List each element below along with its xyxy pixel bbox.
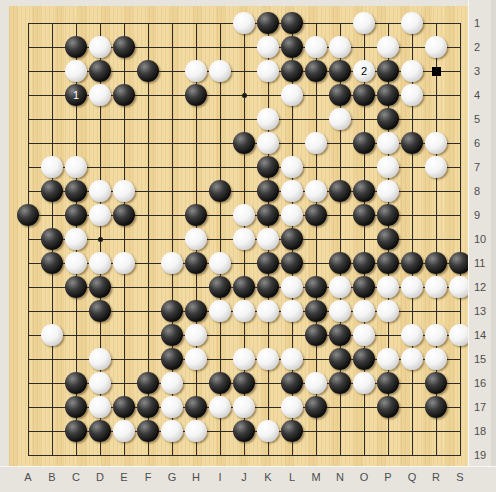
white-stone[interactable] [161,372,183,394]
black-stone[interactable] [329,372,351,394]
black-stone[interactable] [281,12,303,34]
black-stone[interactable] [185,252,207,274]
white-stone[interactable] [281,276,303,298]
column-label: O [352,471,376,483]
white-stone[interactable] [161,420,183,442]
star-point [98,237,103,242]
black-stone[interactable] [161,348,183,370]
black-stone[interactable] [233,132,255,154]
white-stone[interactable] [353,12,375,34]
black-stone[interactable] [425,396,447,418]
black-stone[interactable] [137,372,159,394]
black-stone[interactable] [113,204,135,226]
row-label: 2 [474,41,494,53]
white-stone[interactable] [233,300,255,322]
white-stone[interactable] [401,324,423,346]
black-stone[interactable] [305,300,327,322]
black-stone[interactable] [65,204,87,226]
white-stone[interactable] [425,324,447,346]
black-stone[interactable] [209,276,231,298]
white-stone[interactable] [377,276,399,298]
white-stone[interactable]: 2 [353,60,375,82]
white-stone[interactable] [89,84,111,106]
white-stone[interactable] [377,156,399,178]
star-point [242,93,247,98]
black-stone[interactable] [257,204,279,226]
white-stone[interactable] [41,324,63,346]
column-label: S [448,471,472,483]
white-stone[interactable] [41,156,63,178]
white-stone[interactable] [281,348,303,370]
black-stone[interactable] [305,396,327,418]
black-stone[interactable] [305,60,327,82]
black-stone[interactable] [257,180,279,202]
white-stone[interactable] [257,60,279,82]
white-stone[interactable] [257,132,279,154]
black-stone[interactable] [65,372,87,394]
black-stone[interactable] [89,300,111,322]
black-stone[interactable] [65,36,87,58]
column-label: P [376,471,400,483]
white-stone[interactable] [89,204,111,226]
column-label: B [40,471,64,483]
white-stone[interactable] [281,396,303,418]
black-stone[interactable] [65,276,87,298]
grid-line-horizontal [28,455,461,456]
black-stone[interactable] [353,348,375,370]
column-label: A [16,471,40,483]
column-label: F [136,471,160,483]
black-stone[interactable] [209,180,231,202]
column-label: Q [400,471,424,483]
white-stone[interactable] [281,84,303,106]
row-label: 1 [474,17,494,29]
black-stone[interactable] [113,36,135,58]
white-stone[interactable] [305,132,327,154]
black-stone[interactable] [377,228,399,250]
white-stone[interactable] [89,36,111,58]
white-stone[interactable] [185,228,207,250]
row-label: 19 [474,449,494,461]
black-stone[interactable] [137,420,159,442]
white-stone[interactable] [281,156,303,178]
white-stone[interactable] [425,156,447,178]
grid-line-vertical [460,23,461,456]
row-label: 3 [474,65,494,77]
white-stone[interactable] [353,324,375,346]
white-stone[interactable] [401,84,423,106]
row-label: 18 [474,425,494,437]
white-stone[interactable] [233,228,255,250]
black-stone[interactable] [137,396,159,418]
black-stone[interactable] [65,420,87,442]
black-stone[interactable] [281,36,303,58]
black-stone[interactable] [281,228,303,250]
row-label: 6 [474,137,494,149]
white-stone[interactable] [281,300,303,322]
black-stone[interactable] [89,276,111,298]
white-stone[interactable] [329,276,351,298]
white-stone[interactable] [209,60,231,82]
black-stone[interactable] [425,252,447,274]
white-stone[interactable] [89,252,111,274]
row-label: 5 [474,113,494,125]
white-stone[interactable] [113,252,135,274]
white-stone[interactable] [257,108,279,130]
move-number-label: 2 [361,66,367,77]
black-stone[interactable] [89,60,111,82]
black-stone[interactable] [401,132,423,154]
square-marker [432,67,441,76]
black-stone[interactable] [233,276,255,298]
grid-line-horizontal [28,335,461,336]
column-label: G [160,471,184,483]
black-stone[interactable] [305,204,327,226]
white-stone[interactable] [185,420,207,442]
white-stone[interactable] [353,300,375,322]
black-stone[interactable] [41,228,63,250]
white-stone[interactable] [425,348,447,370]
black-stone[interactable] [89,420,111,442]
white-stone[interactable] [281,204,303,226]
white-stone[interactable] [89,396,111,418]
white-stone[interactable] [425,132,447,154]
white-stone[interactable] [233,348,255,370]
column-label: L [280,471,304,483]
white-stone[interactable] [113,180,135,202]
white-stone[interactable] [377,36,399,58]
black-stone[interactable] [257,156,279,178]
black-stone[interactable] [377,108,399,130]
white-stone[interactable] [305,36,327,58]
white-stone[interactable] [89,372,111,394]
column-label: H [184,471,208,483]
move-number-label: 1 [73,90,79,101]
black-stone[interactable] [17,204,39,226]
black-stone[interactable] [353,180,375,202]
black-stone[interactable] [257,276,279,298]
black-stone[interactable] [353,276,375,298]
black-stone[interactable] [257,12,279,34]
row-label: 8 [474,185,494,197]
black-stone[interactable] [113,396,135,418]
black-stone[interactable] [233,420,255,442]
column-label: C [64,471,88,483]
black-stone[interactable] [257,252,279,274]
white-stone[interactable] [305,180,327,202]
black-stone[interactable] [281,60,303,82]
white-stone[interactable] [425,276,447,298]
row-label: 16 [474,377,494,389]
row-label: 4 [474,89,494,101]
white-stone[interactable] [209,396,231,418]
black-stone[interactable] [377,372,399,394]
black-stone[interactable] [41,252,63,274]
black-stone[interactable] [281,372,303,394]
white-stone[interactable] [89,180,111,202]
white-stone[interactable] [401,348,423,370]
black-stone[interactable] [185,204,207,226]
white-stone[interactable] [377,300,399,322]
black-stone[interactable] [113,84,135,106]
black-stone[interactable] [353,204,375,226]
row-label: 9 [474,209,494,221]
white-stone[interactable] [329,108,351,130]
black-stone[interactable] [377,60,399,82]
column-label: I [208,471,232,483]
white-stone[interactable] [257,228,279,250]
black-stone[interactable] [425,372,447,394]
white-stone[interactable] [257,420,279,442]
black-stone[interactable] [329,180,351,202]
black-stone[interactable] [233,372,255,394]
row-label: 14 [474,329,494,341]
black-stone[interactable] [329,84,351,106]
white-stone[interactable] [401,60,423,82]
black-stone[interactable] [329,252,351,274]
white-stone[interactable] [233,204,255,226]
white-stone[interactable] [329,36,351,58]
black-stone[interactable] [185,396,207,418]
black-stone[interactable] [137,60,159,82]
row-label: 17 [474,401,494,413]
black-stone[interactable] [65,180,87,202]
black-stone[interactable] [281,420,303,442]
black-stone[interactable] [353,252,375,274]
white-stone[interactable] [377,132,399,154]
black-stone[interactable] [329,324,351,346]
row-label: 15 [474,353,494,365]
black-stone[interactable] [281,252,303,274]
black-stone[interactable] [161,324,183,346]
white-stone[interactable] [281,180,303,202]
white-stone[interactable] [257,348,279,370]
row-label: 12 [474,281,494,293]
white-stone[interactable] [329,300,351,322]
black-stone[interactable] [209,372,231,394]
white-stone[interactable] [209,252,231,274]
white-stone[interactable] [185,324,207,346]
white-stone[interactable] [377,348,399,370]
row-label: 13 [474,305,494,317]
black-stone[interactable] [185,84,207,106]
white-stone[interactable] [233,12,255,34]
black-stone[interactable] [353,84,375,106]
white-stone[interactable] [185,348,207,370]
white-stone[interactable] [113,420,135,442]
column-label: R [424,471,448,483]
white-stone[interactable] [233,396,255,418]
black-stone[interactable] [185,300,207,322]
go-board[interactable]: 21 [9,6,469,467]
black-stone[interactable] [377,84,399,106]
black-stone[interactable] [329,60,351,82]
black-stone[interactable] [329,348,351,370]
white-stone[interactable] [257,36,279,58]
white-stone[interactable] [257,300,279,322]
white-stone[interactable] [65,252,87,274]
white-stone[interactable] [401,12,423,34]
black-stone[interactable] [377,204,399,226]
white-stone[interactable] [401,276,423,298]
white-stone[interactable] [65,60,87,82]
white-stone[interactable] [65,156,87,178]
black-stone[interactable]: 1 [65,84,87,106]
row-label: 10 [474,233,494,245]
black-stone[interactable] [65,396,87,418]
column-label: E [112,471,136,483]
black-stone[interactable] [41,180,63,202]
white-stone[interactable] [161,252,183,274]
white-stone[interactable] [185,60,207,82]
black-stone[interactable] [305,324,327,346]
row-label: 11 [474,257,494,269]
column-label: N [328,471,352,483]
column-label: J [232,471,256,483]
white-stone[interactable] [305,372,327,394]
go-game-window: 21 ABCDEFGHIJKLMNOPQRS123456789101112131… [0,0,496,492]
black-stone[interactable] [161,300,183,322]
black-stone[interactable] [377,396,399,418]
black-stone[interactable] [401,252,423,274]
black-stone[interactable] [377,252,399,274]
column-label: M [304,471,328,483]
white-stone[interactable] [377,180,399,202]
white-stone[interactable] [353,372,375,394]
column-label: K [256,471,280,483]
white-stone[interactable] [209,300,231,322]
white-stone[interactable] [89,348,111,370]
column-label: D [88,471,112,483]
black-stone[interactable] [353,132,375,154]
white-stone[interactable] [161,396,183,418]
white-stone[interactable] [425,36,447,58]
row-label: 7 [474,161,494,173]
black-stone[interactable] [305,276,327,298]
white-stone[interactable] [65,228,87,250]
